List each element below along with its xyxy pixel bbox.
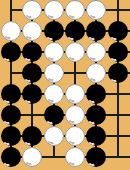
black-stone[interactable] [44, 21, 64, 41]
black-stone[interactable] [86, 21, 106, 41]
white-stone[interactable] [65, 147, 85, 167]
stone-highlight [87, 93, 98, 104]
white-stone[interactable] [65, 105, 85, 125]
stone-highlight [45, 114, 56, 125]
black-stone[interactable] [108, 21, 128, 41]
black-stone[interactable] [108, 63, 128, 83]
white-stone[interactable] [44, 0, 64, 20]
white-stone[interactable] [1, 21, 21, 41]
stone-highlight [87, 30, 98, 41]
stone-highlight [88, 8, 99, 19]
white-stone[interactable] [44, 126, 64, 146]
white-stone[interactable] [86, 0, 106, 20]
stone-highlight [23, 51, 34, 62]
white-stone[interactable] [65, 126, 85, 146]
black-stone[interactable] [1, 147, 21, 167]
white-stone[interactable] [65, 42, 85, 62]
stone-highlight [67, 8, 78, 19]
stone-highlight [2, 135, 13, 146]
black-stone[interactable] [1, 105, 21, 125]
stone-highlight [109, 72, 120, 83]
go-diagram [0, 0, 130, 170]
white-stone[interactable] [65, 0, 85, 20]
stone-highlight [67, 134, 78, 145]
black-stone[interactable] [22, 42, 42, 62]
black-stone[interactable] [86, 126, 106, 146]
stone-highlight [24, 155, 35, 166]
black-stone[interactable] [22, 126, 42, 146]
black-stone[interactable] [22, 84, 42, 104]
stone-highlight [3, 29, 14, 40]
black-stone[interactable] [1, 126, 21, 146]
white-stone[interactable] [22, 21, 42, 41]
stone-highlight [46, 134, 57, 145]
stone-highlight [66, 30, 77, 41]
stone-highlight [2, 93, 13, 104]
stone-highlight [46, 8, 57, 19]
stone-highlight [2, 51, 13, 62]
black-stone[interactable] [44, 105, 64, 125]
go-board[interactable] [0, 0, 130, 170]
stone-highlight [67, 155, 78, 166]
stone-highlight [23, 135, 34, 146]
stone-highlight [109, 30, 120, 41]
stone-highlight [88, 71, 99, 82]
stone-highlight [2, 114, 13, 125]
stone-highlight [46, 50, 57, 61]
stone-highlight [2, 156, 13, 167]
stone-highlight [24, 8, 35, 19]
stone-highlight [87, 135, 98, 146]
black-stone[interactable] [86, 84, 106, 104]
stone-highlight [46, 71, 57, 82]
black-stone[interactable] [65, 21, 85, 41]
stone-highlight [46, 92, 57, 103]
white-stone[interactable] [44, 63, 64, 83]
white-stone[interactable] [44, 42, 64, 62]
black-stone[interactable] [1, 42, 21, 62]
stone-highlight [109, 51, 120, 62]
black-stone[interactable] [22, 63, 42, 83]
white-stone[interactable] [22, 147, 42, 167]
stone-highlight [67, 50, 78, 61]
stone-highlight [23, 72, 34, 83]
black-stone[interactable] [86, 105, 106, 125]
stone-highlight [24, 29, 35, 40]
black-stone[interactable] [86, 147, 106, 167]
stone-highlight [67, 92, 78, 103]
white-stone[interactable] [44, 84, 64, 104]
white-stone[interactable] [65, 84, 85, 104]
stone-highlight [88, 50, 99, 61]
stone-highlight [87, 114, 98, 125]
stone-highlight [87, 156, 98, 167]
stone-highlight [67, 113, 78, 124]
stone-highlight [23, 93, 34, 104]
black-stone[interactable] [1, 84, 21, 104]
stone-highlight [45, 30, 56, 41]
white-stone[interactable] [86, 63, 106, 83]
white-stone[interactable] [86, 42, 106, 62]
white-stone[interactable] [22, 0, 42, 20]
black-stone[interactable] [108, 42, 128, 62]
